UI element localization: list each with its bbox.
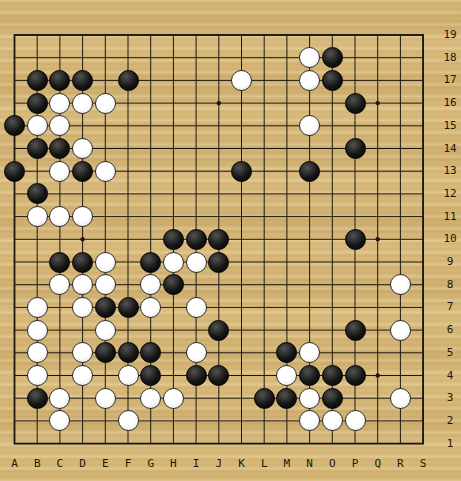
col-label-M: M (278, 457, 296, 471)
stone-black-H10[interactable] (163, 229, 184, 250)
stone-black-O17[interactable] (322, 70, 343, 91)
stone-white-B11[interactable] (27, 206, 48, 227)
stone-black-I10[interactable] (186, 229, 207, 250)
stone-black-N13[interactable] (299, 161, 320, 182)
stone-white-B15[interactable] (27, 115, 48, 136)
stone-black-D9[interactable] (72, 252, 93, 273)
col-label-R: R (391, 457, 409, 471)
stone-black-I4[interactable] (186, 365, 207, 386)
stone-white-R6[interactable] (390, 320, 411, 341)
col-label-J: J (210, 457, 228, 471)
stone-black-O4[interactable] (322, 365, 343, 386)
stone-black-F17[interactable] (118, 70, 139, 91)
stone-white-E3[interactable] (95, 388, 116, 409)
col-label-H: H (164, 457, 182, 471)
stone-white-G7[interactable] (140, 297, 161, 318)
row-label-18: 18 (437, 51, 461, 65)
stone-black-P16[interactable] (345, 93, 366, 114)
stone-black-J6[interactable] (208, 320, 229, 341)
stone-white-H9[interactable] (163, 252, 184, 273)
row-label-6: 6 (437, 323, 461, 337)
stone-white-N3[interactable] (299, 388, 320, 409)
row-label-12: 12 (437, 187, 461, 201)
stone-white-F2[interactable] (118, 410, 139, 431)
star-point-Q16 (376, 101, 380, 105)
stone-white-E16[interactable] (95, 93, 116, 114)
row-label-5: 5 (437, 346, 461, 360)
stone-white-I9[interactable] (186, 252, 207, 273)
stone-black-E5[interactable] (95, 342, 116, 363)
stone-black-P14[interactable] (345, 138, 366, 159)
stone-white-B6[interactable] (27, 320, 48, 341)
col-label-B: B (28, 457, 46, 471)
stone-black-D17[interactable] (72, 70, 93, 91)
col-label-G: G (142, 457, 160, 471)
col-label-O: O (323, 457, 341, 471)
stone-white-D7[interactable] (72, 297, 93, 318)
stone-black-O3[interactable] (322, 388, 343, 409)
col-label-K: K (233, 457, 251, 471)
row-label-17: 17 (437, 73, 461, 87)
col-label-D: D (74, 457, 92, 471)
stone-black-B3[interactable] (27, 388, 48, 409)
stone-white-D14[interactable] (72, 138, 93, 159)
row-label-8: 8 (437, 278, 461, 292)
col-label-N: N (301, 457, 319, 471)
stone-white-I7[interactable] (186, 297, 207, 318)
col-label-C: C (51, 457, 69, 471)
row-label-1: 1 (437, 437, 461, 451)
stone-black-J9[interactable] (208, 252, 229, 273)
stone-white-R8[interactable] (390, 274, 411, 295)
stone-white-E9[interactable] (95, 252, 116, 273)
col-label-P: P (346, 457, 364, 471)
col-label-E: E (96, 457, 114, 471)
star-point-J16 (217, 101, 221, 105)
board-grid[interactable] (0, 0, 461, 481)
stone-black-B14[interactable] (27, 138, 48, 159)
stone-black-O18[interactable] (322, 47, 343, 68)
stone-white-N17[interactable] (299, 70, 320, 91)
stone-black-D13[interactable] (72, 161, 93, 182)
stone-black-G9[interactable] (140, 252, 161, 273)
stone-white-I5[interactable] (186, 342, 207, 363)
stone-black-M3[interactable] (276, 388, 297, 409)
stone-black-F5[interactable] (118, 342, 139, 363)
stone-black-P6[interactable] (345, 320, 366, 341)
row-label-16: 16 (437, 96, 461, 110)
row-label-7: 7 (437, 300, 461, 314)
stone-white-P2[interactable] (345, 410, 366, 431)
stone-white-B7[interactable] (27, 297, 48, 318)
stone-white-E13[interactable] (95, 161, 116, 182)
col-label-L: L (255, 457, 273, 471)
col-label-Q: Q (369, 457, 387, 471)
stone-white-D4[interactable] (72, 365, 93, 386)
star-point-Q10 (376, 237, 380, 241)
stone-black-J10[interactable] (208, 229, 229, 250)
stone-white-D16[interactable] (72, 93, 93, 114)
stone-black-C9[interactable] (49, 252, 70, 273)
stone-white-C13[interactable] (49, 161, 70, 182)
stone-white-R3[interactable] (390, 388, 411, 409)
go-board: ABCDEFGHIJKLMNOPQRS 19181716151413121110… (0, 0, 461, 481)
row-label-3: 3 (437, 391, 461, 405)
stone-black-B17[interactable] (27, 70, 48, 91)
col-label-I: I (187, 457, 205, 471)
stone-black-B12[interactable] (27, 183, 48, 204)
row-label-11: 11 (437, 210, 461, 224)
stone-white-C16[interactable] (49, 93, 70, 114)
row-label-2: 2 (437, 414, 461, 428)
stone-white-E6[interactable] (95, 320, 116, 341)
stone-black-N4[interactable] (299, 365, 320, 386)
stone-white-B5[interactable] (27, 342, 48, 363)
stone-black-L3[interactable] (254, 388, 275, 409)
stone-white-F4[interactable] (118, 365, 139, 386)
star-point-D10 (80, 237, 84, 241)
stone-white-G3[interactable] (140, 388, 161, 409)
stone-black-H8[interactable] (163, 274, 184, 295)
row-label-13: 13 (437, 164, 461, 178)
stone-black-A13[interactable] (4, 161, 25, 182)
stone-white-H3[interactable] (163, 388, 184, 409)
col-label-F: F (119, 457, 137, 471)
stone-black-K13[interactable] (231, 161, 252, 182)
stone-white-C3[interactable] (49, 388, 70, 409)
row-label-14: 14 (437, 142, 461, 156)
col-label-S: S (414, 457, 432, 471)
row-label-19: 19 (437, 28, 461, 42)
stone-black-P10[interactable] (345, 229, 366, 250)
row-label-10: 10 (437, 232, 461, 246)
stone-black-B16[interactable] (27, 93, 48, 114)
stone-black-E7[interactable] (95, 297, 116, 318)
stone-white-K17[interactable] (231, 70, 252, 91)
star-point-Q4 (376, 373, 380, 377)
stone-white-E8[interactable] (95, 274, 116, 295)
row-label-15: 15 (437, 119, 461, 133)
stone-black-F7[interactable] (118, 297, 139, 318)
stone-white-B4[interactable] (27, 365, 48, 386)
row-label-9: 9 (437, 255, 461, 269)
stone-black-P4[interactable] (345, 365, 366, 386)
row-label-4: 4 (437, 369, 461, 383)
col-label-A: A (6, 457, 24, 471)
